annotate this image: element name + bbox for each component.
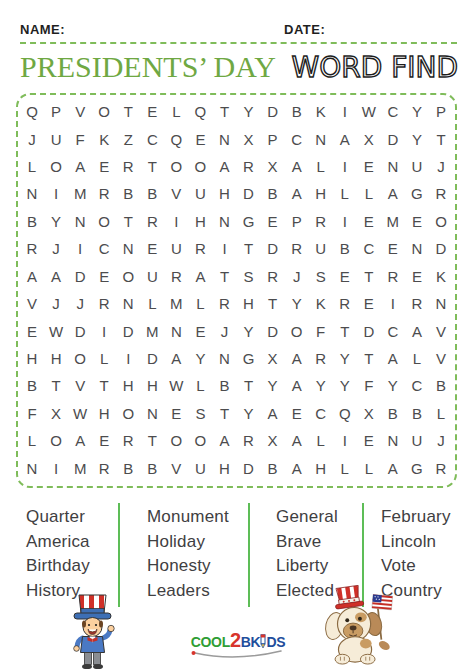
grid-cell[interactable]: T xyxy=(357,345,381,372)
grid-cell[interactable]: B xyxy=(116,180,140,207)
grid-cell[interactable]: H xyxy=(92,400,116,427)
grid-cell[interactable]: J xyxy=(212,317,236,344)
grid-cell[interactable]: N xyxy=(116,235,140,262)
grid-cell[interactable]: E xyxy=(92,427,116,454)
grid-cell[interactable]: L xyxy=(429,400,453,427)
grid-cell[interactable]: R xyxy=(116,153,140,180)
grid-cell[interactable]: A xyxy=(68,427,92,454)
grid-cell[interactable]: B xyxy=(261,180,285,207)
grid-cell[interactable]: N xyxy=(212,208,236,235)
grid-cell[interactable]: G xyxy=(236,345,260,372)
grid-cell[interactable]: V xyxy=(429,317,453,344)
grid-cell[interactable]: V xyxy=(164,180,188,207)
grid-cell[interactable]: S xyxy=(309,263,333,290)
grid-cell[interactable]: R xyxy=(92,290,116,317)
grid-cell[interactable]: L xyxy=(357,455,381,482)
grid-cell[interactable]: E xyxy=(92,263,116,290)
grid-cell[interactable]: A xyxy=(285,180,309,207)
grid-cell[interactable]: Y xyxy=(285,290,309,317)
grid-cell[interactable]: O xyxy=(116,400,140,427)
grid-cell[interactable]: P xyxy=(285,208,309,235)
grid-cell[interactable]: P xyxy=(44,98,68,125)
grid-cell[interactable]: O xyxy=(92,208,116,235)
grid-cell[interactable]: A xyxy=(381,345,405,372)
grid-cell[interactable]: O xyxy=(68,345,92,372)
grid-cell[interactable]: I xyxy=(333,208,357,235)
grid-cell[interactable]: A xyxy=(285,345,309,372)
grid-cell[interactable]: N xyxy=(140,400,164,427)
grid-cell[interactable]: O xyxy=(164,427,188,454)
grid-cell[interactable]: V xyxy=(68,98,92,125)
grid-cell[interactable]: T xyxy=(212,98,236,125)
grid-cell[interactable]: T xyxy=(44,372,68,399)
grid-cell[interactable]: P xyxy=(429,98,453,125)
grid-cell[interactable]: E xyxy=(405,208,429,235)
grid-cell[interactable]: U xyxy=(405,153,429,180)
grid-cell[interactable]: A xyxy=(381,180,405,207)
grid-cell[interactable]: L xyxy=(405,345,429,372)
grid-cell[interactable]: D xyxy=(261,317,285,344)
grid-cell[interactable]: Q xyxy=(188,98,212,125)
grid-cell[interactable]: C xyxy=(381,98,405,125)
grid-cell[interactable]: D xyxy=(140,345,164,372)
grid-cell[interactable]: A xyxy=(44,263,68,290)
grid-cell[interactable]: J xyxy=(44,235,68,262)
grid-cell[interactable]: Y xyxy=(333,372,357,399)
grid-cell[interactable]: I xyxy=(333,153,357,180)
grid-cell[interactable]: I xyxy=(381,290,405,317)
grid-cell[interactable]: U xyxy=(44,125,68,152)
grid-cell[interactable]: I xyxy=(68,235,92,262)
grid-cell[interactable]: O xyxy=(429,208,453,235)
grid-cell[interactable]: R xyxy=(236,153,260,180)
grid-cell[interactable]: T xyxy=(261,290,285,317)
grid-cell[interactable]: E xyxy=(164,400,188,427)
grid-cell[interactable]: X xyxy=(261,345,285,372)
logo-text-2: 2 xyxy=(230,629,241,651)
grid-cell[interactable]: R xyxy=(140,208,164,235)
grid-cell[interactable]: A xyxy=(285,153,309,180)
grid-cell[interactable]: B xyxy=(429,372,453,399)
grid-cell[interactable]: O xyxy=(44,153,68,180)
grid-cell[interactable]: Y xyxy=(405,98,429,125)
grid-cell[interactable]: I xyxy=(44,180,68,207)
grid-cell[interactable]: Y xyxy=(333,345,357,372)
grid-cell[interactable]: Y xyxy=(236,400,260,427)
grid-cell[interactable]: A xyxy=(68,153,92,180)
grid-cell[interactable]: H xyxy=(212,180,236,207)
grid-cell[interactable]: A xyxy=(333,125,357,152)
grid-cell[interactable]: U xyxy=(188,455,212,482)
grid-cell[interactable]: E xyxy=(261,208,285,235)
grid-cell[interactable]: X xyxy=(357,125,381,152)
grid-cell[interactable]: H xyxy=(309,180,333,207)
logo-text-bk: BK xyxy=(241,634,261,650)
grid-cell[interactable]: L xyxy=(309,427,333,454)
grid-cell[interactable]: N xyxy=(405,235,429,262)
word-list-column: MonumentHolidayHonestyLeaders xyxy=(120,503,250,607)
grid-cell[interactable]: T xyxy=(212,400,236,427)
grid-cell[interactable]: B xyxy=(285,98,309,125)
word-item: Holiday xyxy=(147,530,248,555)
grid-cell[interactable]: J xyxy=(429,427,453,454)
word-item: Lincoln xyxy=(381,530,456,555)
grid-cell[interactable]: X xyxy=(261,427,285,454)
grid-cell[interactable]: I xyxy=(92,317,116,344)
puppy-mascot xyxy=(318,585,396,669)
grid-cell[interactable]: R xyxy=(164,263,188,290)
grid-cell[interactable]: R xyxy=(309,345,333,372)
grid-cell[interactable]: L xyxy=(92,345,116,372)
grid-cell[interactable]: L xyxy=(309,153,333,180)
grid-cell[interactable]: H xyxy=(140,372,164,399)
word-search-board: QPVOTELQTYDBKIWCYPJUFKZCQENXPCNAXDYTLOAE… xyxy=(16,93,457,488)
grid-cell[interactable]: T xyxy=(429,125,453,152)
grid-cell[interactable]: L xyxy=(188,372,212,399)
grid-cell[interactable]: L xyxy=(333,455,357,482)
grid-cell[interactable]: E xyxy=(357,427,381,454)
grid-cell[interactable]: W xyxy=(44,317,68,344)
grid-cell[interactable]: Z xyxy=(116,125,140,152)
grid-cell[interactable]: N xyxy=(68,208,92,235)
grid-cell[interactable]: C xyxy=(357,235,381,262)
grid-cell[interactable]: Y xyxy=(381,372,405,399)
grid-cell[interactable]: R xyxy=(212,290,236,317)
grid-cell[interactable]: I xyxy=(333,427,357,454)
grid-cell[interactable]: I xyxy=(164,208,188,235)
grid-cell[interactable]: D xyxy=(357,317,381,344)
grid-cell[interactable]: K xyxy=(92,125,116,152)
grid-cell[interactable]: N xyxy=(429,290,453,317)
grid-cell[interactable]: X xyxy=(357,400,381,427)
grid-cell[interactable]: I xyxy=(44,455,68,482)
word-item: Brave xyxy=(276,530,362,555)
grid-cell[interactable]: A xyxy=(212,153,236,180)
grid-cell[interactable]: N xyxy=(20,455,44,482)
grid-cell[interactable]: C xyxy=(140,125,164,152)
grid-cell[interactable]: O xyxy=(285,317,309,344)
grid-cell[interactable]: B xyxy=(20,372,44,399)
grid-cell[interactable]: B xyxy=(20,208,44,235)
word-item: Birthday xyxy=(26,554,118,579)
grid-cell[interactable]: E xyxy=(188,317,212,344)
grid-cell[interactable]: U xyxy=(164,235,188,262)
grid-cell[interactable]: I xyxy=(333,98,357,125)
grid-cell[interactable]: T xyxy=(357,263,381,290)
grid-cell[interactable]: A xyxy=(164,345,188,372)
grid-cell[interactable]: Y xyxy=(261,372,285,399)
grid-cell[interactable]: O xyxy=(188,427,212,454)
grid-cell[interactable]: E xyxy=(20,317,44,344)
grid-cell[interactable]: N xyxy=(212,125,236,152)
grid-cell[interactable]: V xyxy=(20,290,44,317)
title-presidents-day: PRESIDENTS’ DAY xyxy=(20,50,276,84)
name-label: NAME: xyxy=(20,22,65,37)
grid-cell[interactable]: A xyxy=(405,317,429,344)
date-label: DATE: xyxy=(284,22,325,37)
grid-cell[interactable]: R xyxy=(309,208,333,235)
grid-cell[interactable]: N xyxy=(381,153,405,180)
grid-cell[interactable]: H xyxy=(212,455,236,482)
grid-cell[interactable]: W xyxy=(357,98,381,125)
logo-text-cool: COOL xyxy=(191,634,230,650)
grid-cell[interactable]: R xyxy=(92,455,116,482)
grid-cell[interactable]: E xyxy=(357,290,381,317)
grid-cell[interactable]: M xyxy=(68,180,92,207)
grid-cell[interactable]: D xyxy=(261,98,285,125)
word-item: Monument xyxy=(147,505,248,530)
grid-cell[interactable]: J xyxy=(429,153,453,180)
grid-cell[interactable]: R xyxy=(429,455,453,482)
grid-cell[interactable]: E xyxy=(140,235,164,262)
grid-cell[interactable]: V xyxy=(164,455,188,482)
grid-cell[interactable]: R xyxy=(285,235,309,262)
grid-cell[interactable]: T xyxy=(236,372,260,399)
grid-cell[interactable]: Y xyxy=(188,345,212,372)
grid-cell[interactable]: J xyxy=(285,263,309,290)
uncle-sam-mascot xyxy=(62,592,124,670)
grid-cell[interactable]: F xyxy=(309,317,333,344)
grid-cell[interactable]: L xyxy=(140,290,164,317)
grid-cell[interactable]: X xyxy=(236,125,260,152)
grid-cell[interactable]: H xyxy=(44,345,68,372)
grid-cell[interactable]: H xyxy=(20,345,44,372)
grid-cell[interactable]: Y xyxy=(44,208,68,235)
grid-cell[interactable]: C xyxy=(92,235,116,262)
grid-cell[interactable]: Y xyxy=(309,372,333,399)
grid-cell[interactable]: T xyxy=(212,263,236,290)
grid-cell[interactable]: X xyxy=(261,153,285,180)
grid-cell[interactable]: U xyxy=(140,263,164,290)
grid-cell[interactable]: Q xyxy=(164,125,188,152)
grid-cell[interactable]: T xyxy=(116,208,140,235)
word-search-grid: QPVOTELQTYDBKIWCYPJUFKZCQENXPCNAXDYTLOAE… xyxy=(20,98,453,482)
grid-cell[interactable]: D xyxy=(236,455,260,482)
grid-cell[interactable]: C xyxy=(285,125,309,152)
grid-cell[interactable]: U xyxy=(405,427,429,454)
grid-cell[interactable]: T xyxy=(92,372,116,399)
grid-cell[interactable]: A xyxy=(285,455,309,482)
grid-cell[interactable]: B xyxy=(261,455,285,482)
grid-cell[interactable]: D xyxy=(381,125,405,152)
grid-cell[interactable]: A xyxy=(212,427,236,454)
word-item: Honesty xyxy=(147,554,248,579)
grid-cell[interactable]: R xyxy=(261,263,285,290)
grid-cell[interactable]: O xyxy=(116,263,140,290)
grid-cell[interactable]: M xyxy=(68,455,92,482)
word-item: Leaders xyxy=(147,579,248,604)
grid-cell[interactable]: C xyxy=(381,317,405,344)
grid-cell[interactable]: E xyxy=(188,125,212,152)
grid-cell[interactable]: G xyxy=(405,180,429,207)
grid-cell[interactable]: A xyxy=(188,263,212,290)
grid-cell[interactable]: D xyxy=(116,317,140,344)
grid-cell[interactable]: E xyxy=(357,208,381,235)
cool2bkids-logo: COOL2BKDS xyxy=(182,632,294,660)
grid-cell[interactable]: S xyxy=(236,263,260,290)
word-item: Liberty xyxy=(276,554,362,579)
grid-cell[interactable]: N xyxy=(381,427,405,454)
grid-cell[interactable]: L xyxy=(20,427,44,454)
grid-cell[interactable]: D xyxy=(261,235,285,262)
grid-cell[interactable]: H xyxy=(188,208,212,235)
grid-cell[interactable]: F xyxy=(357,372,381,399)
grid-cell[interactable]: N xyxy=(116,290,140,317)
grid-cell[interactable]: N xyxy=(164,317,188,344)
grid-cell[interactable]: K xyxy=(429,263,453,290)
grid-cell[interactable]: H xyxy=(236,290,260,317)
grid-cell[interactable]: R xyxy=(116,427,140,454)
grid-cell[interactable]: B xyxy=(116,455,140,482)
grid-cell[interactable]: R xyxy=(188,235,212,262)
grid-cell[interactable]: F xyxy=(68,125,92,152)
grid-cell[interactable]: O xyxy=(44,427,68,454)
grid-cell[interactable]: A xyxy=(285,427,309,454)
grid-cell[interactable]: K xyxy=(309,290,333,317)
grid-cell[interactable]: R xyxy=(405,290,429,317)
grid-cell[interactable]: L xyxy=(333,180,357,207)
grid-cell[interactable]: T xyxy=(236,235,260,262)
grid-cell[interactable]: E xyxy=(381,235,405,262)
grid-cell[interactable]: L xyxy=(20,153,44,180)
grid-cell[interactable]: D xyxy=(429,235,453,262)
grid-cell[interactable]: R xyxy=(381,263,405,290)
title-word-find: WORD FIND xyxy=(291,51,458,84)
grid-cell[interactable]: D xyxy=(68,263,92,290)
grid-cell[interactable]: R xyxy=(20,235,44,262)
grid-cell[interactable]: G xyxy=(236,208,260,235)
grid-cell[interactable]: E xyxy=(357,153,381,180)
word-item: Vote xyxy=(381,554,456,579)
grid-cell[interactable]: D xyxy=(68,317,92,344)
grid-cell[interactable]: O xyxy=(188,153,212,180)
grid-cell[interactable]: W xyxy=(164,372,188,399)
grid-cell[interactable]: J xyxy=(44,290,68,317)
grid-cell[interactable]: N xyxy=(309,125,333,152)
grid-cell[interactable]: L xyxy=(188,290,212,317)
grid-cell[interactable]: C xyxy=(405,372,429,399)
grid-cell[interactable]: M xyxy=(140,317,164,344)
worksheet-page: NAME: DATE: PRESIDENTS’ DAY WORD FIND QP… xyxy=(0,0,474,670)
grid-cell[interactable]: I xyxy=(116,345,140,372)
grid-cell[interactable]: H xyxy=(309,455,333,482)
grid-cell[interactable]: J xyxy=(20,125,44,152)
word-item: February xyxy=(381,505,456,530)
grid-cell[interactable]: B xyxy=(381,400,405,427)
grid-cell[interactable]: R xyxy=(92,180,116,207)
grid-cell[interactable]: U xyxy=(188,180,212,207)
grid-cell[interactable]: P xyxy=(261,125,285,152)
grid-cell[interactable]: Q xyxy=(333,400,357,427)
grid-cell[interactable]: M xyxy=(164,290,188,317)
grid-cell[interactable]: D xyxy=(236,180,260,207)
grid-cell[interactable]: E xyxy=(285,400,309,427)
page-title: PRESIDENTS’ DAY WORD FIND xyxy=(20,50,458,84)
grid-cell[interactable]: T xyxy=(140,153,164,180)
grid-cell[interactable]: A xyxy=(20,263,44,290)
grid-cell[interactable]: R xyxy=(333,290,357,317)
grid-cell[interactable]: B xyxy=(140,455,164,482)
grid-cell[interactable]: C xyxy=(309,400,333,427)
grid-cell[interactable]: O xyxy=(164,153,188,180)
grid-cell[interactable]: G xyxy=(405,455,429,482)
grid-cell[interactable]: L xyxy=(357,180,381,207)
grid-cell[interactable]: M xyxy=(381,208,405,235)
grid-cell[interactable]: A xyxy=(261,400,285,427)
grid-cell[interactable]: T xyxy=(333,317,357,344)
grid-cell[interactable]: Q xyxy=(20,98,44,125)
puppy-top-hat xyxy=(333,585,364,609)
grid-cell[interactable]: B xyxy=(333,235,357,262)
grid-cell[interactable]: F xyxy=(20,400,44,427)
grid-cell[interactable]: W xyxy=(68,400,92,427)
grid-cell[interactable]: V xyxy=(429,345,453,372)
grid-cell[interactable]: E xyxy=(333,263,357,290)
grid-cell[interactable]: E xyxy=(140,98,164,125)
logo-text-ds: DS xyxy=(266,634,285,650)
grid-cell[interactable]: T xyxy=(140,427,164,454)
word-item: General xyxy=(276,505,362,530)
grid-cell[interactable]: R xyxy=(236,427,260,454)
grid-cell[interactable]: N xyxy=(20,180,44,207)
grid-cell[interactable]: L xyxy=(164,98,188,125)
grid-cell[interactable]: B xyxy=(405,400,429,427)
grid-cell[interactable]: O xyxy=(92,98,116,125)
grid-cell[interactable]: A xyxy=(381,455,405,482)
grid-cell[interactable]: H xyxy=(116,372,140,399)
grid-cell[interactable]: N xyxy=(212,345,236,372)
grid-cell[interactable]: X xyxy=(44,400,68,427)
grid-cell[interactable]: J xyxy=(68,290,92,317)
grid-cell[interactable]: A xyxy=(285,372,309,399)
grid-cell[interactable]: E xyxy=(92,153,116,180)
grid-cell[interactable]: B xyxy=(212,372,236,399)
grid-cell[interactable]: Y xyxy=(236,98,260,125)
grid-cell[interactable]: B xyxy=(140,180,164,207)
grid-cell[interactable]: S xyxy=(188,400,212,427)
grid-cell[interactable]: U xyxy=(309,235,333,262)
grid-cell[interactable]: E xyxy=(405,263,429,290)
grid-cell[interactable]: V xyxy=(68,372,92,399)
grid-cell[interactable]: Y xyxy=(236,317,260,344)
grid-cell[interactable]: I xyxy=(212,235,236,262)
word-item: Quarter xyxy=(26,505,118,530)
word-item: America xyxy=(26,530,118,555)
grid-cell[interactable]: T xyxy=(116,98,140,125)
grid-cell[interactable]: K xyxy=(309,98,333,125)
grid-cell[interactable]: R xyxy=(429,180,453,207)
grid-cell[interactable]: Y xyxy=(405,125,429,152)
name-date-underline xyxy=(20,42,457,44)
